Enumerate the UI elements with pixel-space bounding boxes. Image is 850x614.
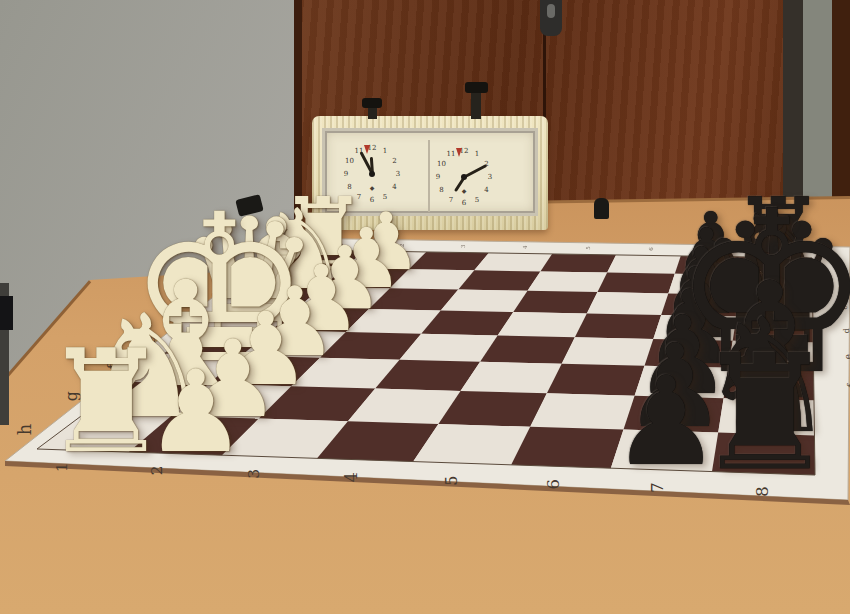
black-rook-h8: ♜: [685, 334, 844, 493]
chess-pieces-layer: ♜♟♟♜♞♟♟♞♝♟♟♝♛♟♟♛♚♟♟♚♝♟♟♝♞♟♟♞♜♟♟♜: [0, 0, 850, 614]
photo-scene: 121234567891011◆121234567891011◆ 1122334…: [0, 0, 850, 614]
white-pawn-h2: ♟: [139, 356, 252, 469]
